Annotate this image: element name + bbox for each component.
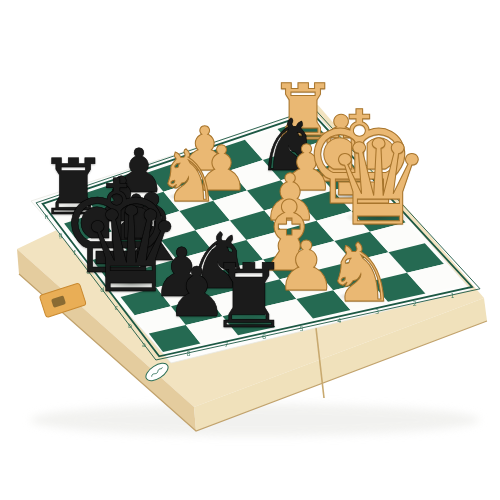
piece-black-rook-a6[interactable]: ♜ — [204, 252, 293, 341]
chess-box-photo: hgfedcba87654321 ♛♚♜♟♟♝♟♟♜♞♟♞♟♝♟♟♞♟♟♞♛♚♝… — [0, 0, 500, 500]
piece-white-knight-a3[interactable]: ♞ — [320, 233, 401, 314]
rank-label-8: 8 — [186, 350, 190, 358]
rank-label-5: 5 — [300, 325, 304, 333]
rank-label-1: 1 — [450, 292, 454, 300]
file-label-a: a — [142, 341, 146, 349]
rank-label-2: 2 — [413, 300, 417, 308]
file-label-b: b — [128, 322, 132, 330]
